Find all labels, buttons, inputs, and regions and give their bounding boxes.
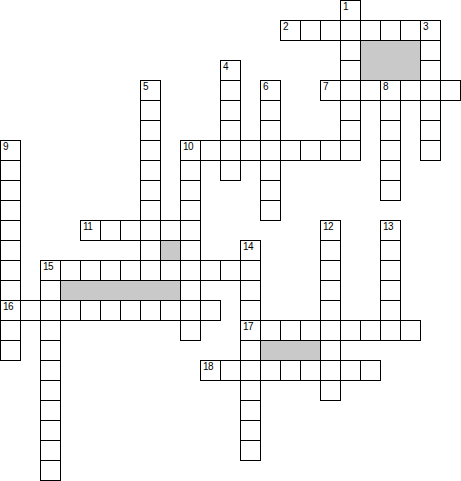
grid-cell[interactable] <box>280 140 301 161</box>
clue-number: 8 <box>383 82 388 92</box>
grid-cell[interactable] <box>380 120 401 141</box>
grid-cell[interactable] <box>340 60 361 81</box>
grid-cell[interactable]: 12 <box>320 220 341 241</box>
grid-cell[interactable] <box>240 300 261 321</box>
grid-cell[interactable] <box>140 300 161 321</box>
clue-number: 15 <box>43 262 53 272</box>
clue-number: 7 <box>323 82 328 92</box>
clue-number: 16 <box>3 302 13 312</box>
grid-cell[interactable] <box>160 260 181 281</box>
clue-number: 4 <box>223 62 228 72</box>
grid-cell[interactable] <box>380 160 401 181</box>
clue-number: 6 <box>263 82 268 92</box>
clue-number: 5 <box>143 82 148 92</box>
grid-cell[interactable] <box>0 200 21 221</box>
grid-cell[interactable] <box>420 100 441 121</box>
grid-cell[interactable] <box>180 300 201 321</box>
grid-cell[interactable] <box>180 320 201 341</box>
grid-cell[interactable] <box>20 300 41 321</box>
grid-cell[interactable] <box>240 420 261 441</box>
grid-cell[interactable] <box>420 80 441 101</box>
grid-cell[interactable] <box>140 140 161 161</box>
shaded-block <box>360 40 421 81</box>
grid-cell[interactable] <box>0 240 21 261</box>
grid-cell[interactable] <box>340 20 361 41</box>
grid-cell[interactable] <box>320 320 341 341</box>
grid-cell[interactable] <box>380 180 401 201</box>
grid-cell[interactable] <box>340 100 361 121</box>
grid-cell[interactable] <box>40 320 61 341</box>
grid-cell[interactable] <box>160 300 181 321</box>
grid-cell[interactable] <box>220 260 241 281</box>
grid-cell[interactable] <box>120 260 141 281</box>
clue-number: 14 <box>243 242 253 252</box>
grid-cell[interactable] <box>300 320 321 341</box>
grid-cell[interactable] <box>300 360 321 381</box>
grid-cell[interactable] <box>280 360 301 381</box>
grid-cell[interactable] <box>260 360 281 381</box>
grid-cell[interactable] <box>40 300 61 321</box>
grid-cell[interactable] <box>380 240 401 261</box>
grid-cell[interactable] <box>0 180 21 201</box>
grid-cell[interactable] <box>140 260 161 281</box>
grid-cell[interactable] <box>380 320 401 341</box>
grid-cell[interactable] <box>280 320 301 341</box>
grid-cell[interactable] <box>260 160 281 181</box>
grid-cell[interactable] <box>220 140 241 161</box>
grid-cell[interactable] <box>80 300 101 321</box>
grid-cell[interactable] <box>0 340 21 361</box>
grid-cell[interactable] <box>60 300 81 321</box>
grid-cell[interactable]: 8 <box>380 80 401 101</box>
grid-cell[interactable] <box>340 140 361 161</box>
grid-cell[interactable] <box>320 280 341 301</box>
grid-cell[interactable] <box>100 300 121 321</box>
grid-cell[interactable]: 9 <box>0 140 21 161</box>
grid-cell[interactable] <box>320 140 341 161</box>
grid-cell[interactable] <box>140 220 161 241</box>
grid-cell[interactable] <box>360 360 381 381</box>
grid-cell[interactable] <box>340 80 361 101</box>
grid-cell[interactable] <box>220 120 241 141</box>
grid-cell[interactable] <box>180 200 201 221</box>
clue-number: 2 <box>283 22 288 32</box>
grid-cell[interactable]: 3 <box>420 20 441 41</box>
grid-cell[interactable] <box>320 240 341 261</box>
grid-cell[interactable] <box>400 320 421 341</box>
clue-number: 9 <box>3 142 8 152</box>
grid-cell[interactable]: 5 <box>140 80 161 101</box>
grid-cell[interactable] <box>0 280 21 301</box>
clue-number: 3 <box>423 22 428 32</box>
grid-cell[interactable] <box>420 120 441 141</box>
grid-cell[interactable]: 17 <box>240 320 261 341</box>
grid-cell[interactable] <box>340 360 361 381</box>
grid-cell[interactable] <box>340 120 361 141</box>
grid-cell[interactable] <box>140 160 161 181</box>
shaded-block <box>160 240 181 261</box>
grid-cell[interactable] <box>180 260 201 281</box>
grid-cell[interactable] <box>260 100 281 121</box>
grid-cell[interactable] <box>260 320 281 341</box>
grid-cell[interactable] <box>340 40 361 61</box>
grid-cell[interactable] <box>40 440 61 461</box>
grid-cell[interactable]: 11 <box>80 220 101 241</box>
clue-number: 18 <box>203 362 213 372</box>
grid-cell[interactable] <box>40 400 61 421</box>
grid-cell[interactable] <box>440 80 461 101</box>
grid-cell[interactable] <box>180 280 201 301</box>
grid-cell[interactable]: 14 <box>240 240 261 261</box>
grid-cell[interactable] <box>220 100 241 121</box>
grid-cell[interactable]: 6 <box>260 80 281 101</box>
grid-cell[interactable] <box>320 260 341 281</box>
grid-cell[interactable] <box>240 260 261 281</box>
grid-cell[interactable] <box>240 140 261 161</box>
grid-cell[interactable] <box>40 460 61 481</box>
grid-cell[interactable] <box>320 340 341 361</box>
grid-cell[interactable] <box>240 440 261 461</box>
grid-cell[interactable] <box>220 80 241 101</box>
grid-cell[interactable] <box>0 260 21 281</box>
grid-cell[interactable] <box>340 320 361 341</box>
grid-cell[interactable] <box>240 400 261 421</box>
grid-cell[interactable] <box>160 220 181 241</box>
grid-cell[interactable] <box>0 160 21 181</box>
grid-cell[interactable] <box>40 340 61 361</box>
grid-cell[interactable]: 2 <box>280 20 301 41</box>
shaded-block <box>260 340 321 361</box>
grid-cell[interactable] <box>320 360 341 381</box>
grid-cell[interactable] <box>360 20 381 41</box>
grid-cell[interactable] <box>300 140 321 161</box>
grid-cell[interactable] <box>240 360 261 381</box>
grid-cell[interactable] <box>420 40 441 61</box>
grid-cell[interactable] <box>380 260 401 281</box>
grid-cell[interactable] <box>380 20 401 41</box>
grid-cell[interactable] <box>360 80 381 101</box>
grid-cell[interactable] <box>80 260 101 281</box>
grid-cell[interactable] <box>260 200 281 221</box>
grid-cell[interactable]: 4 <box>220 60 241 81</box>
clue-number: 1 <box>343 2 348 12</box>
grid-cell[interactable] <box>60 260 81 281</box>
grid-cell[interactable] <box>120 300 141 321</box>
grid-cell[interactable] <box>240 380 261 401</box>
clue-number: 10 <box>183 142 193 152</box>
grid-cell[interactable] <box>260 140 281 161</box>
grid-cell[interactable] <box>0 220 21 241</box>
grid-cell[interactable] <box>140 180 161 201</box>
grid-cell[interactable] <box>180 180 201 201</box>
grid-cell[interactable] <box>380 300 401 321</box>
grid-cell[interactable] <box>100 220 121 241</box>
grid-cell[interactable] <box>180 160 201 181</box>
grid-cell[interactable] <box>420 60 441 81</box>
grid-cell[interactable] <box>140 240 161 261</box>
grid-cell[interactable] <box>360 320 381 341</box>
grid-cell[interactable] <box>220 360 241 381</box>
grid-cell[interactable]: 13 <box>380 220 401 241</box>
grid-cell[interactable]: 10 <box>180 140 201 161</box>
grid-cell[interactable] <box>320 380 341 401</box>
shaded-block <box>60 280 181 301</box>
grid-cell[interactable] <box>380 140 401 161</box>
grid-cell[interactable] <box>260 120 281 141</box>
grid-cell[interactable] <box>400 80 421 101</box>
grid-cell[interactable] <box>0 320 21 341</box>
grid-cell[interactable] <box>240 340 261 361</box>
grid-cell[interactable] <box>320 20 341 41</box>
grid-cell[interactable] <box>260 180 281 201</box>
grid-cell[interactable] <box>200 300 221 321</box>
clue-number: 12 <box>323 222 333 232</box>
grid-cell[interactable]: 1 <box>340 0 361 21</box>
grid-cell[interactable] <box>40 360 61 381</box>
grid-cell[interactable] <box>220 160 241 181</box>
grid-cell[interactable] <box>320 300 341 321</box>
clue-number: 13 <box>383 222 393 232</box>
grid-cell[interactable]: 16 <box>0 300 21 321</box>
grid-cell[interactable] <box>40 380 61 401</box>
grid-cell[interactable] <box>180 220 201 241</box>
grid-cell[interactable] <box>180 240 201 261</box>
grid-cell[interactable]: 7 <box>320 80 341 101</box>
grid-cell[interactable] <box>40 420 61 441</box>
grid-cell[interactable] <box>240 280 261 301</box>
grid-cell[interactable] <box>140 120 161 141</box>
grid-cell[interactable] <box>200 260 221 281</box>
grid-cell[interactable] <box>420 140 441 161</box>
grid-cell[interactable] <box>380 280 401 301</box>
grid-cell[interactable]: 18 <box>200 360 221 381</box>
grid-cell[interactable] <box>200 140 221 161</box>
grid-cell[interactable] <box>300 20 321 41</box>
clue-number: 17 <box>243 322 253 332</box>
grid-cell[interactable] <box>100 260 121 281</box>
grid-cell[interactable] <box>140 100 161 121</box>
grid-cell[interactable] <box>400 20 421 41</box>
grid-cell[interactable]: 15 <box>40 260 61 281</box>
clue-number: 11 <box>83 222 92 232</box>
grid-cell[interactable] <box>140 200 161 221</box>
crossword-board: 123456789161011121314171518 <box>0 0 461 481</box>
grid-cell[interactable] <box>120 220 141 241</box>
grid-cell[interactable] <box>380 100 401 121</box>
grid-cell[interactable] <box>40 280 61 301</box>
